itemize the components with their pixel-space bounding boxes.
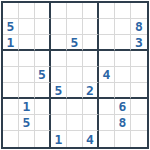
sudoku-cell-r6c3[interactable] <box>35 83 51 99</box>
sudoku-cell-r6c2[interactable] <box>19 83 35 99</box>
sudoku-cell-r1c7[interactable] <box>99 3 115 19</box>
sudoku-cell-r5c1[interactable] <box>3 67 19 83</box>
sudoku-cell-r2c3[interactable] <box>35 19 51 35</box>
sudoku-cell-r7c6[interactable] <box>83 99 99 115</box>
sudoku-cell-r7c1[interactable] <box>3 99 19 115</box>
sudoku-cell-r6c4[interactable]: 5 <box>51 83 67 99</box>
sudoku-cell-r6c9[interactable] <box>131 83 147 99</box>
sudoku-cell-r8c1[interactable] <box>3 115 19 131</box>
sudoku-cell-r5c8[interactable] <box>115 67 131 83</box>
sudoku-cell-r2c6[interactable] <box>83 19 99 35</box>
sudoku-cell-r5c5[interactable] <box>67 67 83 83</box>
sudoku-cell-r8c7[interactable] <box>99 115 115 131</box>
sudoku-cell-r3c1[interactable]: 1 <box>3 35 19 51</box>
sudoku-cell-r6c8[interactable] <box>115 83 131 99</box>
sudoku-cell-r1c8[interactable] <box>115 3 131 19</box>
sudoku-cell-r8c3[interactable] <box>35 115 51 131</box>
page: { "game": "sudoku", "grid_size": "9x9", … <box>0 0 150 150</box>
sudoku-cell-r3c2[interactable] <box>19 35 35 51</box>
sudoku-cell-r2c5[interactable] <box>67 19 83 35</box>
sudoku-cell-r6c1[interactable] <box>3 83 19 99</box>
sudoku-cell-r9c4[interactable]: 1 <box>51 131 67 147</box>
sudoku-cell-r3c7[interactable] <box>99 35 115 51</box>
sudoku-cell-r4c9[interactable] <box>131 51 147 67</box>
sudoku-cell-r4c4[interactable] <box>51 51 67 67</box>
sudoku-cell-r5c7[interactable]: 4 <box>99 67 115 83</box>
sudoku-cell-r4c7[interactable] <box>99 51 115 67</box>
sudoku-cell-r3c9[interactable]: 3 <box>131 35 147 51</box>
sudoku-cell-r7c5[interactable] <box>67 99 83 115</box>
sudoku-cell-r5c6[interactable] <box>83 67 99 83</box>
sudoku-cell-r2c7[interactable] <box>99 19 115 35</box>
sudoku-cell-r3c8[interactable] <box>115 35 131 51</box>
sudoku-cell-r7c2[interactable]: 1 <box>19 99 35 115</box>
sudoku-cell-r3c6[interactable] <box>83 35 99 51</box>
sudoku-cell-r1c5[interactable] <box>67 3 83 19</box>
sudoku-cell-r4c2[interactable] <box>19 51 35 67</box>
sudoku-cell-r7c7[interactable] <box>99 99 115 115</box>
sudoku-cell-r4c3[interactable] <box>35 51 51 67</box>
sudoku-cell-r7c8[interactable]: 6 <box>115 99 131 115</box>
sudoku-cell-r5c2[interactable] <box>19 67 35 83</box>
sudoku-cell-r1c4[interactable] <box>51 3 67 19</box>
sudoku-cell-r2c1[interactable]: 5 <box>3 19 19 35</box>
sudoku-cell-r9c3[interactable] <box>35 131 51 147</box>
sudoku-cell-r9c2[interactable] <box>19 131 35 147</box>
sudoku-cell-r1c1[interactable] <box>3 3 19 19</box>
sudoku-board: 581535452165814 <box>1 1 149 149</box>
sudoku-cell-r5c3[interactable]: 5 <box>35 67 51 83</box>
sudoku-cell-r9c6[interactable]: 4 <box>83 131 99 147</box>
sudoku-cell-r9c9[interactable] <box>131 131 147 147</box>
sudoku-cell-r2c2[interactable] <box>19 19 35 35</box>
sudoku-cell-r3c5[interactable]: 5 <box>67 35 83 51</box>
sudoku-cell-r3c3[interactable] <box>35 35 51 51</box>
sudoku-cell-r8c6[interactable] <box>83 115 99 131</box>
sudoku-cell-r4c6[interactable] <box>83 51 99 67</box>
sudoku-cell-r2c4[interactable] <box>51 19 67 35</box>
sudoku-cell-r8c4[interactable] <box>51 115 67 131</box>
sudoku-cell-r4c1[interactable] <box>3 51 19 67</box>
sudoku-cell-r2c8[interactable] <box>115 19 131 35</box>
sudoku-cell-r8c9[interactable] <box>131 115 147 131</box>
sudoku-cell-r9c1[interactable] <box>3 131 19 147</box>
sudoku-cell-r7c4[interactable] <box>51 99 67 115</box>
sudoku-cell-r5c4[interactable] <box>51 67 67 83</box>
sudoku-cell-r2c9[interactable]: 8 <box>131 19 147 35</box>
sudoku-cell-r5c9[interactable] <box>131 67 147 83</box>
sudoku-cell-r9c8[interactable] <box>115 131 131 147</box>
sudoku-cell-r9c5[interactable] <box>67 131 83 147</box>
sudoku-cell-r7c3[interactable] <box>35 99 51 115</box>
sudoku-cell-r4c8[interactable] <box>115 51 131 67</box>
sudoku-cell-r7c9[interactable] <box>131 99 147 115</box>
sudoku-cell-r3c4[interactable] <box>51 35 67 51</box>
sudoku-cell-r6c6[interactable]: 2 <box>83 83 99 99</box>
sudoku-cell-r6c7[interactable] <box>99 83 115 99</box>
sudoku-cell-r1c3[interactable] <box>35 3 51 19</box>
sudoku-cell-r8c2[interactable]: 5 <box>19 115 35 131</box>
sudoku-cell-r4c5[interactable] <box>67 51 83 67</box>
sudoku-cell-r6c5[interactable] <box>67 83 83 99</box>
sudoku-cell-r9c7[interactable] <box>99 131 115 147</box>
sudoku-cell-r1c9[interactable] <box>131 3 147 19</box>
sudoku-cell-r1c6[interactable] <box>83 3 99 19</box>
sudoku-cell-r8c8[interactable]: 8 <box>115 115 131 131</box>
sudoku-cell-r1c2[interactable] <box>19 3 35 19</box>
sudoku-cell-r8c5[interactable] <box>67 115 83 131</box>
